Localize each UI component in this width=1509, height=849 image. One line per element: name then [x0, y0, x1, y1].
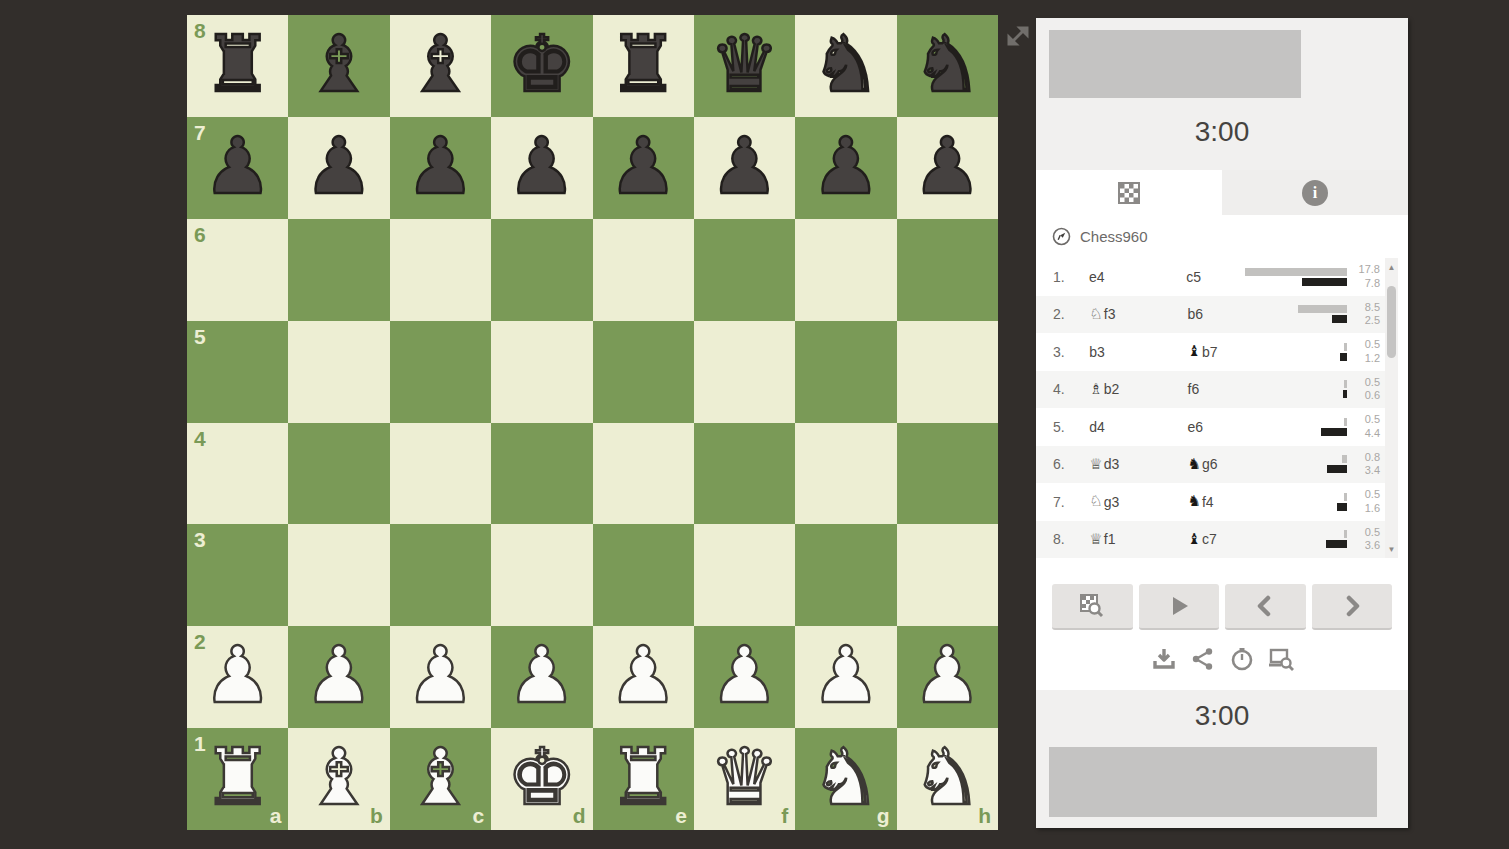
- move-row-3: 3.b3♝b70.51.2: [1036, 333, 1385, 371]
- board-magnifier-icon: [1079, 593, 1105, 619]
- black-move[interactable]: f6: [1188, 381, 1247, 397]
- info-icon: i: [1302, 180, 1328, 206]
- square-e2[interactable]: ♟: [593, 626, 694, 728]
- square-c6[interactable]: [390, 219, 491, 321]
- square-f2[interactable]: ♟: [694, 626, 795, 728]
- square-h2[interactable]: ♟: [897, 626, 998, 728]
- move-row-4: 4.♗b2f60.50.6: [1036, 371, 1385, 409]
- square-h1[interactable]: h♞: [897, 728, 998, 830]
- square-a7[interactable]: 7♟: [187, 117, 288, 219]
- white-move[interactable]: ♗b2: [1089, 381, 1187, 397]
- move-number: 6.: [1053, 456, 1089, 472]
- square-a6[interactable]: 6: [187, 219, 288, 321]
- black-player-section: 3:00: [1036, 18, 1408, 170]
- black-move[interactable]: b6: [1188, 306, 1247, 322]
- move-row-1: 1.e4c517.87.8: [1036, 258, 1385, 296]
- square-e7[interactable]: ♟: [593, 117, 694, 219]
- tool-icons: [1036, 644, 1408, 674]
- move-number: 7.: [1053, 494, 1089, 510]
- black-move[interactable]: ♝b7: [1188, 344, 1247, 360]
- white-move[interactable]: ♕f1: [1089, 531, 1187, 547]
- piece-black-rook[interactable]: ♜: [608, 25, 678, 103]
- square-a8[interactable]: 8♜: [187, 15, 288, 117]
- square-d7[interactable]: ♟: [491, 117, 592, 219]
- time-bars: [1245, 268, 1347, 286]
- square-e5[interactable]: [593, 321, 694, 423]
- move-number: 2.: [1053, 306, 1089, 322]
- piece-white-pawn[interactable]: ♟: [304, 636, 374, 714]
- square-f3[interactable]: [694, 524, 795, 626]
- piece-white-pawn[interactable]: ♟: [608, 636, 678, 714]
- file-label-f: f: [781, 805, 788, 826]
- move-number: 8.: [1053, 531, 1089, 547]
- black-piece-icon: ♝: [1188, 344, 1201, 359]
- square-g3[interactable]: [795, 524, 896, 626]
- piece-black-bishop[interactable]: ♝: [304, 25, 374, 103]
- black-piece-icon: ♞: [1188, 494, 1201, 509]
- square-b2[interactable]: ♟: [288, 626, 389, 728]
- square-e4[interactable]: [593, 423, 694, 525]
- time-bars: [1246, 455, 1346, 473]
- time-values: 0.83.4: [1353, 451, 1380, 479]
- panel-tabs: i: [1036, 170, 1408, 215]
- square-a1[interactable]: 1a♜: [187, 728, 288, 830]
- time-bars: [1246, 343, 1346, 361]
- square-d2[interactable]: ♟: [491, 626, 592, 728]
- piece-black-queen[interactable]: ♛: [710, 25, 780, 103]
- white-player-name-placeholder: [1049, 747, 1377, 817]
- white-player-section: 3:00: [1036, 690, 1408, 828]
- white-move[interactable]: ♘g3: [1089, 494, 1187, 510]
- square-d3[interactable]: [491, 524, 592, 626]
- square-h3[interactable]: [897, 524, 998, 626]
- square-a4[interactable]: 4: [187, 423, 288, 525]
- square-c5[interactable]: [390, 321, 491, 423]
- variant-label: Chess960: [1080, 228, 1148, 245]
- piece-white-knight[interactable]: ♞: [811, 738, 881, 816]
- white-piece-icon: ♕: [1089, 532, 1102, 547]
- forward-button[interactable]: [1312, 584, 1393, 630]
- square-g4[interactable]: [795, 423, 896, 525]
- time-values: 0.53.6: [1353, 526, 1380, 554]
- square-g5[interactable]: [795, 321, 896, 423]
- chevron-right-icon: [1341, 595, 1363, 617]
- piece-black-bishop[interactable]: ♝: [405, 25, 475, 103]
- square-d6[interactable]: [491, 219, 592, 321]
- piece-black-king[interactable]: ♚: [507, 25, 577, 103]
- piece-black-pawn[interactable]: ♟: [608, 127, 678, 205]
- piece-white-pawn[interactable]: ♟: [203, 636, 273, 714]
- piece-white-rook[interactable]: ♜: [608, 738, 678, 816]
- scroll-thumb[interactable]: [1387, 286, 1396, 358]
- rank-label-6: 6: [194, 224, 206, 245]
- clock-icon[interactable]: [1229, 646, 1255, 672]
- move-row-7: 7.♘g3♞f40.51.6: [1036, 483, 1385, 521]
- square-g8[interactable]: ♞: [795, 15, 896, 117]
- move-number: 3.: [1053, 344, 1089, 360]
- game-panel: 3:00 i: [1036, 18, 1408, 828]
- black-piece-icon: ♞: [1188, 457, 1201, 472]
- white-move[interactable]: ♘f3: [1089, 306, 1187, 322]
- square-b3[interactable]: [288, 524, 389, 626]
- square-f7[interactable]: ♟: [694, 117, 795, 219]
- time-values: 0.54.4: [1353, 413, 1380, 441]
- piece-white-pawn[interactable]: ♟: [811, 636, 881, 714]
- square-b4[interactable]: [288, 423, 389, 525]
- square-d8[interactable]: ♚: [491, 15, 592, 117]
- piece-white-rook[interactable]: ♜: [203, 738, 273, 816]
- square-g2[interactable]: ♟: [795, 626, 896, 728]
- square-c3[interactable]: [390, 524, 491, 626]
- white-piece-icon: ♕: [1089, 457, 1102, 472]
- piece-black-pawn[interactable]: ♟: [203, 127, 273, 205]
- white-move[interactable]: ♕d3: [1089, 456, 1187, 472]
- move-row-6: 6.♕d3♞g60.83.4: [1036, 446, 1385, 484]
- white-clock: 3:00: [1036, 700, 1408, 732]
- page: 8♜♝♝♚♜♛♞♞7♟♟♟♟♟♟♟♟65432♟♟♟♟♟♟♟♟1a♜b♝c♝d♚…: [0, 0, 1509, 849]
- square-e1[interactable]: e♜: [593, 728, 694, 830]
- move-row-5: 5.d4e60.54.4: [1036, 408, 1385, 446]
- square-b1[interactable]: b♝: [288, 728, 389, 830]
- square-f6[interactable]: [694, 219, 795, 321]
- black-move[interactable]: ♞g6: [1188, 456, 1247, 472]
- square-a5[interactable]: 5: [187, 321, 288, 423]
- play-button[interactable]: [1139, 584, 1220, 630]
- square-c8[interactable]: ♝: [390, 15, 491, 117]
- time-bars: [1246, 305, 1346, 323]
- nav-buttons: [1036, 584, 1408, 632]
- black-move[interactable]: c5: [1186, 269, 1244, 285]
- piece-white-knight[interactable]: ♞: [912, 738, 982, 816]
- back-button[interactable]: [1225, 584, 1306, 630]
- time-bars: [1246, 380, 1346, 398]
- time-bars: [1246, 530, 1346, 548]
- rank-label-4: 4: [194, 428, 206, 449]
- chevron-left-icon: [1254, 595, 1276, 617]
- time-values: 0.51.6: [1353, 488, 1380, 516]
- piece-white-pawn[interactable]: ♟: [405, 636, 475, 714]
- black-clock: 3:00: [1036, 116, 1408, 148]
- square-d4[interactable]: [491, 423, 592, 525]
- square-e3[interactable]: [593, 524, 694, 626]
- piece-white-king[interactable]: ♚: [507, 738, 577, 816]
- square-d5[interactable]: [491, 321, 592, 423]
- scroll-up-icon[interactable]: ▲: [1385, 260, 1398, 274]
- square-d1[interactable]: d♚: [491, 728, 592, 830]
- piece-white-bishop[interactable]: ♝: [304, 738, 374, 816]
- square-f4[interactable]: [694, 423, 795, 525]
- move-row-2: 2.♘f3b68.52.5: [1036, 296, 1385, 334]
- square-b6[interactable]: [288, 219, 389, 321]
- square-h8[interactable]: ♞: [897, 15, 998, 117]
- analysis-icon[interactable]: [1268, 646, 1294, 672]
- move-number: 4.: [1053, 381, 1089, 397]
- black-move[interactable]: ♞f4: [1188, 494, 1247, 510]
- tab-info[interactable]: i: [1222, 170, 1408, 215]
- square-c2[interactable]: ♟: [390, 626, 491, 728]
- square-a2[interactable]: 2♟: [187, 626, 288, 728]
- piece-white-pawn[interactable]: ♟: [710, 636, 780, 714]
- piece-black-knight[interactable]: ♞: [912, 25, 982, 103]
- chess-board: 8♜♝♝♚♜♛♞♞7♟♟♟♟♟♟♟♟65432♟♟♟♟♟♟♟♟1a♜b♝c♝d♚…: [187, 15, 998, 830]
- white-move[interactable]: e4: [1089, 269, 1186, 285]
- square-e8[interactable]: ♜: [593, 15, 694, 117]
- square-b5[interactable]: [288, 321, 389, 423]
- share-icon[interactable]: [1190, 646, 1216, 672]
- rank-label-3: 3: [194, 529, 206, 550]
- move-list: 1.e4c517.87.82.♘f3b68.52.53.b3♝b70.51.24…: [1036, 258, 1385, 558]
- piece-black-pawn[interactable]: ♟: [405, 127, 475, 205]
- piece-white-bishop[interactable]: ♝: [405, 738, 475, 816]
- square-f1[interactable]: f♛: [694, 728, 795, 830]
- white-move[interactable]: d4: [1089, 419, 1187, 435]
- rank-label-5: 5: [194, 326, 206, 347]
- board-icon: [1118, 182, 1140, 204]
- piece-black-pawn[interactable]: ♟: [304, 127, 374, 205]
- move-list-scrollbar[interactable]: ▲ ▼: [1385, 258, 1398, 558]
- time-values: 0.50.6: [1353, 376, 1380, 404]
- square-h4[interactable]: [897, 423, 998, 525]
- move-number: 1.: [1053, 269, 1089, 285]
- square-f8[interactable]: ♛: [694, 15, 795, 117]
- variant-row: Chess960: [1036, 215, 1408, 258]
- black-move[interactable]: ♝c7: [1188, 531, 1247, 547]
- play-icon: [1167, 594, 1191, 618]
- piece-white-pawn[interactable]: ♟: [912, 636, 982, 714]
- scroll-down-icon[interactable]: ▼: [1385, 542, 1398, 556]
- time-values: 17.87.8: [1353, 263, 1380, 291]
- chess960-icon: [1052, 227, 1071, 246]
- square-g1[interactable]: g♞: [795, 728, 896, 830]
- black-move[interactable]: e6: [1188, 419, 1247, 435]
- piece-black-pawn[interactable]: ♟: [912, 127, 982, 205]
- time-values: 8.52.5: [1353, 301, 1380, 329]
- piece-white-pawn[interactable]: ♟: [507, 636, 577, 714]
- white-piece-icon: ♘: [1089, 494, 1102, 509]
- square-h6[interactable]: [897, 219, 998, 321]
- square-e6[interactable]: [593, 219, 694, 321]
- square-h5[interactable]: [897, 321, 998, 423]
- move-row-8: 8.♕f1♝c70.53.6: [1036, 521, 1385, 559]
- square-c4[interactable]: [390, 423, 491, 525]
- piece-black-pawn[interactable]: ♟: [710, 127, 780, 205]
- square-b7[interactable]: ♟: [288, 117, 389, 219]
- square-g7[interactable]: ♟: [795, 117, 896, 219]
- square-h7[interactable]: ♟: [897, 117, 998, 219]
- piece-black-rook[interactable]: ♜: [203, 25, 273, 103]
- square-f5[interactable]: [694, 321, 795, 423]
- game-review-button[interactable]: [1052, 584, 1133, 630]
- time-values: 0.51.2: [1353, 338, 1380, 366]
- square-c1[interactable]: c♝: [390, 728, 491, 830]
- expand-board-icon[interactable]: [1005, 23, 1031, 49]
- download-icon[interactable]: [1151, 646, 1177, 672]
- piece-white-queen[interactable]: ♛: [710, 738, 780, 816]
- square-a3[interactable]: 3: [187, 524, 288, 626]
- piece-black-knight[interactable]: ♞: [811, 25, 881, 103]
- square-g6[interactable]: [795, 219, 896, 321]
- white-piece-icon: ♘: [1089, 307, 1102, 322]
- move-number: 5.: [1053, 419, 1089, 435]
- tab-moves[interactable]: [1036, 170, 1222, 215]
- white-piece-icon: ♗: [1089, 382, 1102, 397]
- white-move[interactable]: b3: [1089, 344, 1187, 360]
- piece-black-pawn[interactable]: ♟: [811, 127, 881, 205]
- time-bars: [1246, 493, 1346, 511]
- piece-black-pawn[interactable]: ♟: [507, 127, 577, 205]
- black-player-name-placeholder: [1049, 30, 1301, 98]
- time-bars: [1246, 418, 1346, 436]
- square-b8[interactable]: ♝: [288, 15, 389, 117]
- black-piece-icon: ♝: [1188, 532, 1201, 547]
- square-c7[interactable]: ♟: [390, 117, 491, 219]
